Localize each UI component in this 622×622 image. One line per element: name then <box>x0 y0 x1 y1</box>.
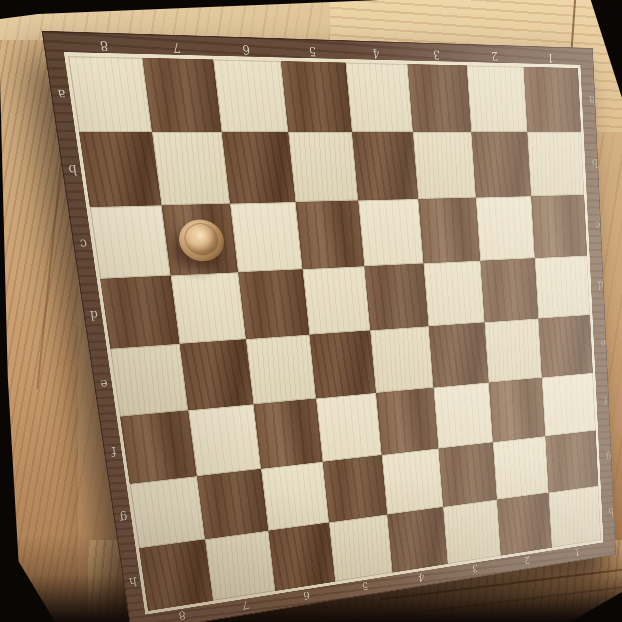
square-e3[interactable] <box>429 322 489 388</box>
coord-left-h: h <box>128 575 137 588</box>
coord-right-f: f <box>604 395 608 406</box>
square-h6[interactable] <box>268 522 335 591</box>
coord-top-6: 6 <box>242 42 251 56</box>
square-h3[interactable] <box>443 499 501 564</box>
square-c8[interactable] <box>90 205 171 279</box>
chess-board: ♙ 8765432187654321abcdefghabcdefgh <box>68 56 601 611</box>
coord-right-e: e <box>600 338 606 349</box>
square-f6[interactable] <box>254 399 323 469</box>
square-d1[interactable] <box>535 255 590 318</box>
square-a3[interactable] <box>407 64 471 132</box>
square-g8[interactable] <box>130 476 205 548</box>
square-h8[interactable] <box>139 539 213 611</box>
coord-right-c: c <box>595 219 600 230</box>
square-a7[interactable] <box>142 58 221 133</box>
square-b7[interactable] <box>152 132 230 205</box>
square-a5[interactable] <box>281 61 352 132</box>
square-g7[interactable] <box>197 468 269 539</box>
square-e6[interactable] <box>246 335 316 405</box>
coord-left-b: b <box>68 163 78 177</box>
square-a6[interactable] <box>213 59 288 132</box>
white-pawn[interactable]: ♙ <box>176 218 226 261</box>
square-a4[interactable] <box>345 63 412 133</box>
square-c7[interactable]: ♙ <box>161 203 238 275</box>
coord-top-7: 7 <box>172 40 181 54</box>
square-c4[interactable] <box>358 198 423 266</box>
square-b1[interactable] <box>527 132 584 196</box>
coord-left-d: d <box>89 308 99 321</box>
square-e7[interactable] <box>180 339 254 410</box>
square-h2[interactable] <box>497 492 552 555</box>
square-b6[interactable] <box>222 132 296 203</box>
coord-top-5: 5 <box>308 44 316 57</box>
square-f2[interactable] <box>489 378 545 442</box>
square-e1[interactable] <box>538 315 593 378</box>
square-b4[interactable] <box>352 132 418 200</box>
square-f3[interactable] <box>434 383 493 448</box>
square-b5[interactable] <box>288 132 358 201</box>
coord-bottom-8: 8 <box>178 609 187 621</box>
square-g1[interactable] <box>545 430 598 492</box>
square-c5[interactable] <box>295 200 364 269</box>
square-a1[interactable] <box>523 67 581 132</box>
coord-left-g: g <box>119 511 128 524</box>
square-h5[interactable] <box>329 514 393 581</box>
square-c6[interactable] <box>230 201 303 272</box>
coord-bottom-3: 3 <box>472 563 479 574</box>
coord-bottom-2: 2 <box>524 554 530 565</box>
coord-bottom-1: 1 <box>574 547 580 558</box>
square-f7[interactable] <box>188 405 261 476</box>
coord-bottom-7: 7 <box>242 599 250 611</box>
square-a2[interactable] <box>467 65 528 132</box>
square-c1[interactable] <box>531 194 587 257</box>
square-g5[interactable] <box>323 455 388 523</box>
square-e4[interactable] <box>370 326 433 393</box>
coord-top-8: 8 <box>99 38 109 52</box>
pawn-glyph: ♙ <box>176 218 226 261</box>
square-f1[interactable] <box>542 373 596 436</box>
coord-right-h: h <box>608 506 614 517</box>
square-c2[interactable] <box>476 196 535 261</box>
coord-bottom-4: 4 <box>418 571 425 582</box>
square-b8[interactable] <box>79 132 161 206</box>
square-g2[interactable] <box>493 436 549 500</box>
square-d2[interactable] <box>480 258 538 322</box>
square-d3[interactable] <box>423 260 484 326</box>
square-a8[interactable] <box>68 56 152 132</box>
square-f5[interactable] <box>316 393 382 461</box>
coord-right-g: g <box>606 451 612 462</box>
square-e8[interactable] <box>110 344 188 417</box>
square-b3[interactable] <box>413 132 476 198</box>
board-grid: ♙ <box>68 56 601 611</box>
square-g4[interactable] <box>382 448 443 514</box>
square-d7[interactable] <box>171 272 246 344</box>
square-e2[interactable] <box>485 319 542 383</box>
coord-right-d: d <box>597 279 603 290</box>
square-h4[interactable] <box>387 507 448 573</box>
square-d6[interactable] <box>238 269 309 339</box>
coord-top-4: 4 <box>372 46 380 59</box>
coord-top-2: 2 <box>491 50 498 62</box>
coord-top-3: 3 <box>433 48 440 61</box>
coord-top-1: 1 <box>547 51 554 63</box>
square-g3[interactable] <box>438 442 496 507</box>
coord-right-b: b <box>592 157 598 168</box>
chessboard-photo: ♙ 8765432187654321abcdefghabcdefgh <box>0 0 622 622</box>
square-d4[interactable] <box>364 263 428 330</box>
square-h7[interactable] <box>205 530 275 600</box>
coord-bottom-6: 6 <box>303 589 311 601</box>
square-c3[interactable] <box>418 197 480 263</box>
coord-right-a: a <box>589 94 595 106</box>
square-f8[interactable] <box>120 411 197 484</box>
coord-bottom-5: 5 <box>361 580 368 592</box>
square-f4[interactable] <box>376 388 438 455</box>
square-b2[interactable] <box>471 132 531 197</box>
square-g6[interactable] <box>261 461 329 530</box>
square-e5[interactable] <box>309 330 376 398</box>
square-d5[interactable] <box>303 266 371 335</box>
square-d8[interactable] <box>100 275 179 348</box>
square-h1[interactable] <box>549 486 601 548</box>
